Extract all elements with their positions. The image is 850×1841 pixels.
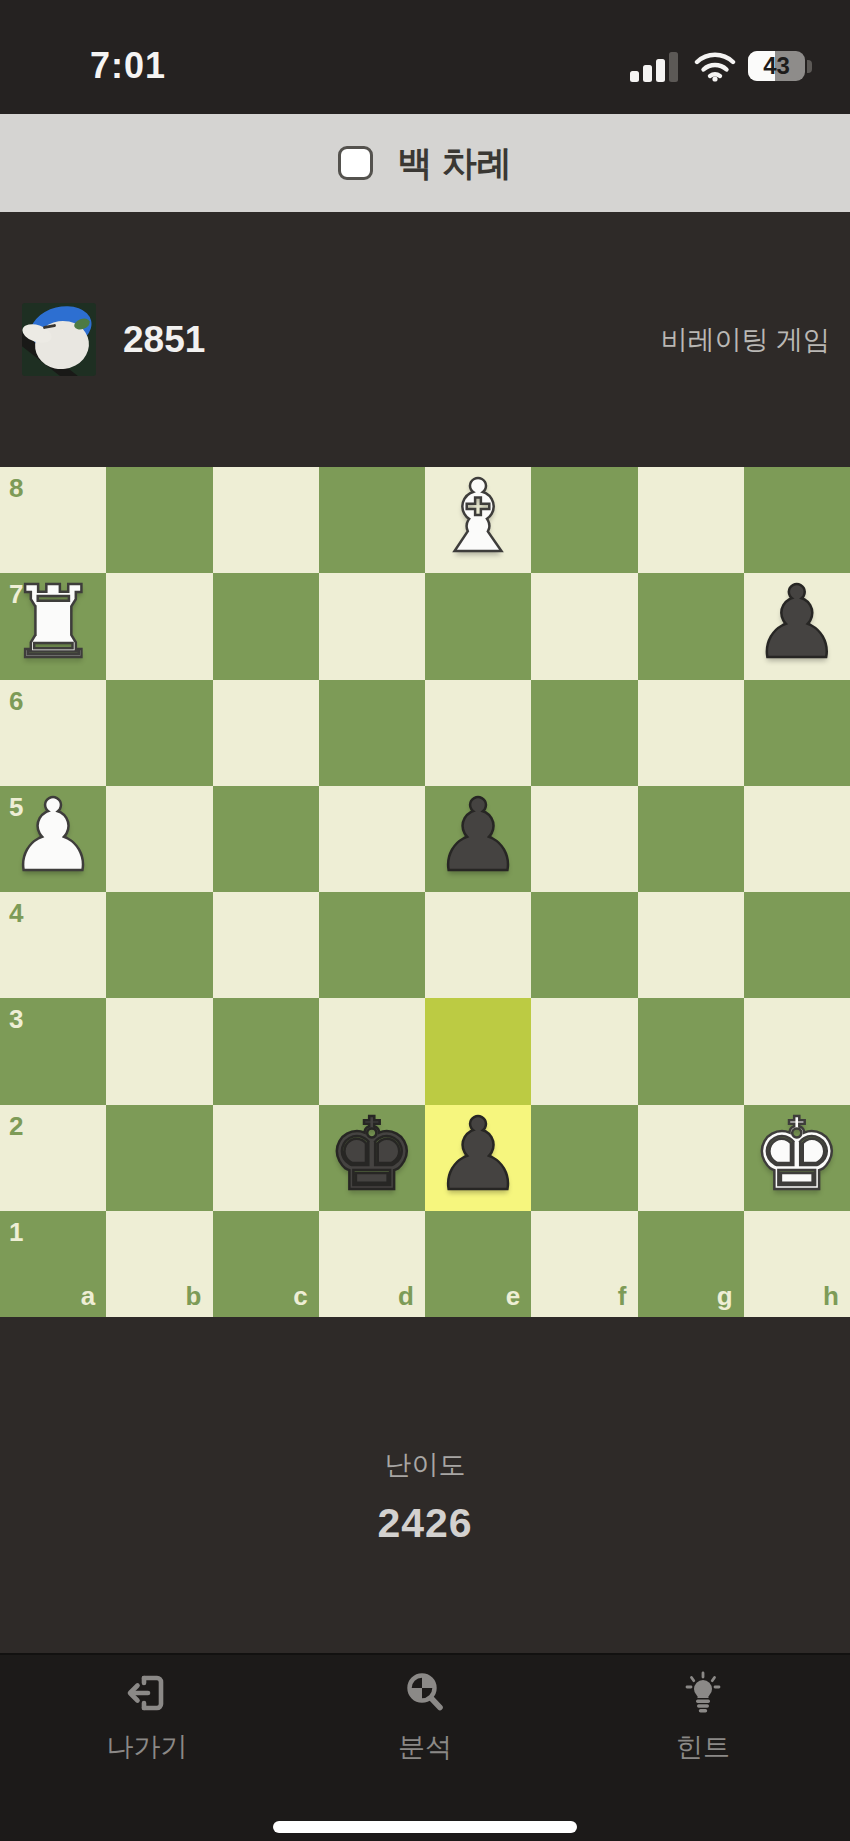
square-a3[interactable]: 3	[0, 998, 106, 1104]
square-c6[interactable]	[213, 680, 319, 786]
square-g2[interactable]	[638, 1105, 744, 1211]
exit-button[interactable]: 나가기	[82, 1669, 212, 1841]
square-h4[interactable]	[744, 892, 850, 998]
square-d7[interactable]	[319, 573, 425, 679]
status-time: 7:01	[90, 45, 166, 87]
square-g1[interactable]: g	[638, 1211, 744, 1317]
square-g5[interactable]	[638, 786, 744, 892]
square-g6[interactable]	[638, 680, 744, 786]
square-c7[interactable]	[213, 573, 319, 679]
white-pawn: ♟	[8, 786, 98, 886]
battery-cap	[807, 60, 812, 73]
avatar[interactable]	[22, 303, 96, 376]
turn-banner: 백 차례	[0, 114, 850, 212]
white-bishop: ♝	[433, 467, 523, 567]
black-king: ♚	[327, 1105, 417, 1205]
square-f6[interactable]	[531, 680, 637, 786]
cellular-signal-icon	[630, 50, 682, 82]
square-g8[interactable]	[638, 467, 744, 573]
square-a8[interactable]: 8	[0, 467, 106, 573]
black-pawn: ♟	[752, 573, 842, 673]
status-icons: 43	[630, 50, 812, 82]
square-a1[interactable]: 1a	[0, 1211, 106, 1317]
square-d1[interactable]: d	[319, 1211, 425, 1317]
rank-label-6: 6	[9, 686, 23, 717]
battery-percent: 43	[748, 51, 805, 81]
square-e2[interactable]: ♟	[425, 1105, 531, 1211]
square-b3[interactable]	[106, 998, 212, 1104]
square-h1[interactable]: h	[744, 1211, 850, 1317]
player-rating: 2851	[123, 319, 205, 361]
black-pawn: ♟	[433, 1105, 523, 1205]
difficulty-value: 2426	[377, 1500, 472, 1547]
home-indicator[interactable]	[273, 1821, 577, 1833]
square-e3[interactable]	[425, 998, 531, 1104]
black-pawn: ♟	[433, 786, 523, 886]
square-f3[interactable]	[531, 998, 637, 1104]
turn-label: 백 차례	[397, 140, 512, 187]
white-king: ♚	[752, 1105, 842, 1205]
analysis-icon	[401, 1669, 449, 1717]
player-row: 2851 비레이팅 게임	[0, 212, 850, 467]
hint-label: 힌트	[676, 1729, 730, 1765]
square-e6[interactable]	[425, 680, 531, 786]
square-b8[interactable]	[106, 467, 212, 573]
square-d3[interactable]	[319, 998, 425, 1104]
status-bar: 7:01 43	[0, 0, 850, 114]
rank-label-4: 4	[9, 898, 23, 929]
exit-icon	[123, 1669, 171, 1717]
white-turn-icon	[338, 146, 373, 180]
square-f5[interactable]	[531, 786, 637, 892]
square-b2[interactable]	[106, 1105, 212, 1211]
hint-icon	[679, 1669, 727, 1717]
square-h3[interactable]	[744, 998, 850, 1104]
file-label-d: d	[398, 1281, 414, 1312]
battery-icon: 43	[748, 51, 805, 81]
square-e8[interactable]: ♝	[425, 467, 531, 573]
file-label-g: g	[717, 1281, 733, 1312]
square-e7[interactable]	[425, 573, 531, 679]
rank-label-8: 8	[9, 473, 23, 504]
analysis-label: 분석	[398, 1729, 452, 1765]
analysis-button[interactable]: 분석	[360, 1669, 490, 1841]
square-e5[interactable]: ♟	[425, 786, 531, 892]
square-f4[interactable]	[531, 892, 637, 998]
square-d8[interactable]	[319, 467, 425, 573]
chess-board[interactable]: 8♝7♜♟65♟♟432♚♟♚1abcdefgh	[0, 467, 850, 1317]
white-rook: ♜	[8, 573, 98, 673]
square-c3[interactable]	[213, 998, 319, 1104]
difficulty-section: 난이도 2426	[0, 1317, 850, 1653]
square-f2[interactable]	[531, 1105, 637, 1211]
game-type-label: 비레이팅 게임	[660, 322, 830, 358]
square-a6[interactable]: 6	[0, 680, 106, 786]
square-b7[interactable]	[106, 573, 212, 679]
square-h2[interactable]: ♚	[744, 1105, 850, 1211]
battery-indicator: 43	[748, 51, 812, 81]
square-c4[interactable]	[213, 892, 319, 998]
square-d5[interactable]	[319, 786, 425, 892]
square-b5[interactable]	[106, 786, 212, 892]
square-h6[interactable]	[744, 680, 850, 786]
square-d4[interactable]	[319, 892, 425, 998]
file-label-c: c	[293, 1281, 307, 1312]
square-b4[interactable]	[106, 892, 212, 998]
square-c1[interactable]: c	[213, 1211, 319, 1317]
square-d2[interactable]: ♚	[319, 1105, 425, 1211]
square-h8[interactable]	[744, 467, 850, 573]
square-g3[interactable]	[638, 998, 744, 1104]
square-e1[interactable]: e	[425, 1211, 531, 1317]
file-label-b: b	[186, 1281, 202, 1312]
square-c2[interactable]	[213, 1105, 319, 1211]
square-h7[interactable]: ♟	[744, 573, 850, 679]
square-h5[interactable]	[744, 786, 850, 892]
rank-label-2: 2	[9, 1111, 23, 1142]
square-b6[interactable]	[106, 680, 212, 786]
square-a7[interactable]: 7♜	[0, 573, 106, 679]
rank-label-1: 1	[9, 1217, 23, 1248]
exit-label: 나가기	[107, 1729, 188, 1765]
square-a5[interactable]: 5♟	[0, 786, 106, 892]
square-f7[interactable]	[531, 573, 637, 679]
square-c5[interactable]	[213, 786, 319, 892]
wifi-icon	[694, 50, 736, 82]
square-d6[interactable]	[319, 680, 425, 786]
square-c8[interactable]	[213, 467, 319, 573]
square-f8[interactable]	[531, 467, 637, 573]
square-b1[interactable]: b	[106, 1211, 212, 1317]
file-label-e: e	[506, 1281, 520, 1312]
square-f1[interactable]: f	[531, 1211, 637, 1317]
bottom-nav: 나가기 분석 힌트	[0, 1653, 850, 1841]
difficulty-label: 난이도	[385, 1447, 466, 1483]
file-label-a: a	[81, 1281, 95, 1312]
rank-label-3: 3	[9, 1004, 23, 1035]
square-g7[interactable]	[638, 573, 744, 679]
square-e4[interactable]	[425, 892, 531, 998]
hint-button[interactable]: 힌트	[638, 1669, 768, 1841]
file-label-f: f	[618, 1281, 627, 1312]
square-a4[interactable]: 4	[0, 892, 106, 998]
file-label-h: h	[823, 1281, 839, 1312]
square-g4[interactable]	[638, 892, 744, 998]
square-a2[interactable]: 2	[0, 1105, 106, 1211]
